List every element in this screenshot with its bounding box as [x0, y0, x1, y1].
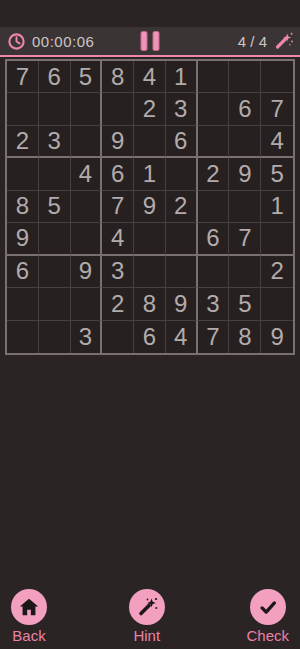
cell-r8c3[interactable]	[71, 288, 103, 320]
app-screen: 00:00:06 4 / 4 7658412367239644612958579…	[0, 0, 300, 649]
cell-r3c7[interactable]	[198, 126, 230, 158]
top-bar: 00:00:06 4 / 4	[0, 27, 300, 57]
cell-r9c8[interactable]: 8	[229, 321, 261, 353]
cell-r8c1[interactable]	[7, 288, 39, 320]
cell-r4c8[interactable]: 9	[229, 158, 261, 190]
sudoku-board: 7658412367239644612958579219467693228935…	[5, 59, 295, 355]
cell-r5c4[interactable]: 7	[102, 191, 134, 223]
cell-r7c7[interactable]	[198, 256, 230, 288]
cell-r5c6[interactable]: 2	[166, 191, 198, 223]
hint-label: Hint	[133, 627, 160, 644]
cell-r1c8[interactable]	[229, 61, 261, 93]
cell-r9c4[interactable]	[102, 321, 134, 353]
cell-r6c8[interactable]: 7	[229, 223, 261, 255]
bottom-nav: Back Hint Check	[0, 589, 300, 644]
cell-r2c5[interactable]: 2	[134, 93, 166, 125]
cell-r3c8[interactable]	[229, 126, 261, 158]
cell-r3c3[interactable]	[71, 126, 103, 158]
cell-r8c4[interactable]: 2	[102, 288, 134, 320]
hint-button[interactable]: Hint	[129, 589, 165, 644]
cell-r5c8[interactable]	[229, 191, 261, 223]
cell-r9c1[interactable]	[7, 321, 39, 353]
cell-r7c2[interactable]	[39, 256, 71, 288]
cell-r8c7[interactable]: 3	[198, 288, 230, 320]
cell-r9c2[interactable]	[39, 321, 71, 353]
back-button-circle	[11, 589, 47, 625]
cell-r9c3[interactable]: 3	[71, 321, 103, 353]
cell-r4c6[interactable]	[166, 158, 198, 190]
cell-r7c1[interactable]: 6	[7, 256, 39, 288]
cell-r5c3[interactable]	[71, 191, 103, 223]
cell-r9c6[interactable]: 4	[166, 321, 198, 353]
cell-r1c4[interactable]: 8	[102, 61, 134, 93]
magic-wand-icon[interactable]	[273, 31, 293, 51]
back-label: Back	[12, 627, 45, 644]
hints-counter: 4 / 4	[238, 33, 267, 50]
cell-r1c2[interactable]: 6	[39, 61, 71, 93]
cell-r4c4[interactable]: 6	[102, 158, 134, 190]
cell-r8c2[interactable]	[39, 288, 71, 320]
cell-r7c6[interactable]	[166, 256, 198, 288]
cell-r2c6[interactable]: 3	[166, 93, 198, 125]
check-label: Check	[246, 627, 289, 644]
cell-r2c1[interactable]	[7, 93, 39, 125]
pause-button[interactable]	[141, 31, 160, 51]
cell-r1c9[interactable]	[261, 61, 293, 93]
cell-r3c5[interactable]	[134, 126, 166, 158]
cell-r4c3[interactable]: 4	[71, 158, 103, 190]
cell-r2c3[interactable]	[71, 93, 103, 125]
cell-r2c7[interactable]	[198, 93, 230, 125]
check-button[interactable]: Check	[246, 589, 289, 644]
cell-r8c8[interactable]: 5	[229, 288, 261, 320]
cell-r2c9[interactable]: 7	[261, 93, 293, 125]
cell-r3c1[interactable]: 2	[7, 126, 39, 158]
cell-r6c7[interactable]: 6	[198, 223, 230, 255]
cell-r2c2[interactable]	[39, 93, 71, 125]
cell-r4c5[interactable]: 1	[134, 158, 166, 190]
cell-r5c1[interactable]: 8	[7, 191, 39, 223]
cell-r7c8[interactable]	[229, 256, 261, 288]
cell-r6c4[interactable]: 4	[102, 223, 134, 255]
pause-icon	[153, 31, 160, 51]
back-button[interactable]: Back	[11, 589, 47, 644]
cell-r1c6[interactable]: 1	[166, 61, 198, 93]
cell-r1c5[interactable]: 4	[134, 61, 166, 93]
cell-r2c8[interactable]: 6	[229, 93, 261, 125]
cell-r4c7[interactable]: 2	[198, 158, 230, 190]
cell-r5c9[interactable]: 1	[261, 191, 293, 223]
cell-r7c4[interactable]: 3	[102, 256, 134, 288]
hint-button-circle	[129, 589, 165, 625]
cell-r9c7[interactable]: 7	[198, 321, 230, 353]
cell-r8c9[interactable]	[261, 288, 293, 320]
cell-r6c9[interactable]	[261, 223, 293, 255]
cell-r5c2[interactable]: 5	[39, 191, 71, 223]
cell-r1c7[interactable]	[198, 61, 230, 93]
cell-r3c6[interactable]: 6	[166, 126, 198, 158]
home-icon	[18, 596, 40, 618]
cell-r7c5[interactable]	[134, 256, 166, 288]
cell-r4c2[interactable]	[39, 158, 71, 190]
cell-r4c9[interactable]: 5	[261, 158, 293, 190]
cell-r9c5[interactable]: 6	[134, 321, 166, 353]
cell-r3c9[interactable]: 4	[261, 126, 293, 158]
timer-text: 00:00:06	[32, 33, 94, 50]
cell-r6c6[interactable]	[166, 223, 198, 255]
cell-r7c9[interactable]: 2	[261, 256, 293, 288]
timer-group: 00:00:06	[7, 32, 94, 51]
cell-r6c2[interactable]	[39, 223, 71, 255]
cell-r9c9[interactable]: 9	[261, 321, 293, 353]
pause-icon	[141, 31, 148, 51]
cell-r3c4[interactable]: 9	[102, 126, 134, 158]
cell-r6c3[interactable]	[71, 223, 103, 255]
cell-r1c1[interactable]: 7	[7, 61, 39, 93]
cell-r2c4[interactable]	[102, 93, 134, 125]
cell-r1c3[interactable]: 5	[71, 61, 103, 93]
cell-r7c3[interactable]: 9	[71, 256, 103, 288]
clock-icon	[7, 32, 26, 51]
cell-r8c5[interactable]: 8	[134, 288, 166, 320]
magic-wand-icon	[136, 596, 158, 618]
cell-r5c7[interactable]	[198, 191, 230, 223]
cell-r6c5[interactable]	[134, 223, 166, 255]
check-button-circle	[250, 589, 286, 625]
hints-group: 4 / 4	[238, 31, 293, 51]
cell-r8c6[interactable]: 9	[166, 288, 198, 320]
cell-r4c1[interactable]	[7, 158, 39, 190]
cell-r6c1[interactable]: 9	[7, 223, 39, 255]
cell-r3c2[interactable]: 3	[39, 126, 71, 158]
checkmark-icon	[257, 596, 279, 618]
cell-r5c5[interactable]: 9	[134, 191, 166, 223]
